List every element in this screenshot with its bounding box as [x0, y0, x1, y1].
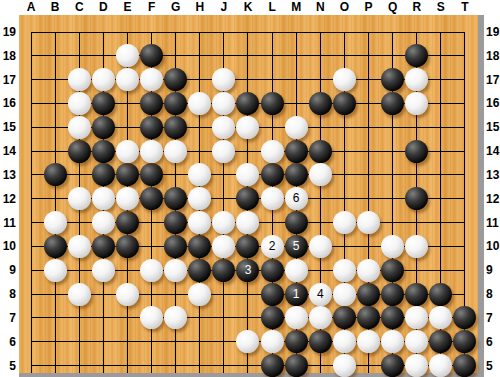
row-label-left-8: 8	[0, 287, 16, 301]
column-label-r: R	[406, 0, 428, 15]
grid-line-row-18	[31, 55, 465, 56]
stone-w-m12-move-6: 6	[285, 187, 308, 210]
stone-w-h8	[188, 283, 211, 306]
stone-w-l12	[261, 187, 284, 210]
row-label-right-11: 11	[486, 216, 500, 230]
stone-b-m5	[285, 354, 308, 377]
stone-w-c12	[68, 187, 91, 210]
stone-b-d14	[92, 140, 115, 163]
stone-b-h9	[188, 259, 211, 282]
stone-b-p8	[357, 283, 380, 306]
stone-b-b10	[44, 235, 67, 258]
stone-w-j14	[212, 140, 235, 163]
stone-w-b11	[44, 211, 67, 234]
stone-b-n6	[309, 330, 332, 353]
stone-b-d10	[92, 235, 115, 258]
row-label-left-6: 6	[0, 335, 16, 349]
row-label-right-9: 9	[486, 263, 500, 277]
column-label-k: K	[237, 0, 259, 15]
stone-w-o11	[333, 211, 356, 234]
row-label-left-13: 13	[0, 168, 16, 182]
stone-w-l10-move-2: 2	[261, 235, 284, 258]
row-label-left-14: 14	[0, 144, 16, 158]
column-label-n: N	[309, 0, 331, 15]
stone-b-m6	[285, 330, 308, 353]
stone-b-m11	[285, 211, 308, 234]
stone-b-e11	[116, 211, 139, 234]
stone-w-g9	[164, 259, 187, 282]
grid-line-row-19	[31, 32, 465, 33]
row-label-right-19: 19	[486, 25, 500, 39]
column-label-q: Q	[382, 0, 404, 15]
row-label-left-16: 16	[0, 96, 16, 110]
column-label-s: S	[430, 0, 452, 15]
row-label-right-10: 10	[486, 239, 500, 253]
row-label-left-15: 15	[0, 120, 16, 134]
stone-w-p9	[357, 259, 380, 282]
stone-b-l5	[261, 354, 284, 377]
column-label-e: E	[116, 0, 138, 15]
stone-w-e14	[116, 140, 139, 163]
stone-b-d15	[92, 116, 115, 139]
stone-w-f9	[140, 259, 163, 282]
stone-w-c16	[68, 92, 91, 115]
column-label-m: M	[285, 0, 307, 15]
row-label-right-13: 13	[486, 168, 500, 182]
stone-w-e8	[116, 283, 139, 306]
row-label-left-11: 11	[0, 216, 16, 230]
stone-w-p11	[357, 211, 380, 234]
stone-b-q9	[381, 259, 404, 282]
stone-w-e17	[116, 68, 139, 91]
stone-w-d12	[92, 187, 115, 210]
stone-w-g14	[164, 140, 187, 163]
stone-w-m9	[285, 259, 308, 282]
column-label-f: F	[141, 0, 163, 15]
row-label-right-14: 14	[486, 144, 500, 158]
stone-b-r8	[405, 283, 428, 306]
stone-w-n8-move-4: 4	[309, 283, 332, 306]
stone-w-l14	[261, 140, 284, 163]
stone-w-b9	[44, 259, 67, 282]
grid-line-col-b	[55, 32, 56, 373]
column-label-p: P	[358, 0, 380, 15]
stone-b-g16	[164, 92, 187, 115]
stone-b-s8	[429, 283, 452, 306]
goban-screen: ABCDEFGHJKLMNOPQRST191918181717161615151…	[0, 0, 500, 377]
column-label-t: T	[454, 0, 476, 15]
stone-b-l9	[261, 259, 284, 282]
row-label-right-15: 15	[486, 120, 500, 134]
column-label-j: J	[213, 0, 235, 15]
stone-b-c14	[68, 140, 91, 163]
stone-w-o17	[333, 68, 356, 91]
stone-w-d9	[92, 259, 115, 282]
row-label-right-5: 5	[486, 359, 500, 373]
stone-b-m14	[285, 140, 308, 163]
stone-w-n10	[309, 235, 332, 258]
stone-b-m8-move-1: 1	[285, 283, 308, 306]
stone-b-n16	[309, 92, 332, 115]
stone-b-n14	[309, 140, 332, 163]
window-border-right	[478, 15, 484, 377]
row-label-left-19: 19	[0, 25, 16, 39]
row-label-right-7: 7	[486, 311, 500, 325]
stone-b-l13	[261, 163, 284, 186]
stone-b-g15	[164, 116, 187, 139]
stone-b-q8	[381, 283, 404, 306]
stone-b-r14	[405, 140, 428, 163]
stone-w-c8	[68, 283, 91, 306]
stone-b-l7	[261, 306, 284, 329]
column-label-a: A	[20, 0, 42, 15]
stone-b-m10-move-5: 5	[285, 235, 308, 258]
stone-w-d11	[92, 211, 115, 234]
stone-b-f16	[140, 92, 163, 115]
stone-w-o5	[333, 354, 356, 377]
stone-w-d17	[92, 68, 115, 91]
stone-b-g10	[164, 235, 187, 258]
row-label-left-12: 12	[0, 192, 16, 206]
stone-b-e10	[116, 235, 139, 258]
stone-w-c10	[68, 235, 91, 258]
stone-w-c15	[68, 116, 91, 139]
stone-b-o16	[333, 92, 356, 115]
column-label-l: L	[261, 0, 283, 15]
column-label-c: C	[68, 0, 90, 15]
stone-b-q16	[381, 92, 404, 115]
stone-b-q5	[381, 354, 404, 377]
row-label-right-8: 8	[486, 287, 500, 301]
stone-b-l8	[261, 283, 284, 306]
stone-w-l6	[261, 330, 284, 353]
row-label-right-17: 17	[486, 73, 500, 87]
stone-w-m15	[285, 116, 308, 139]
stone-w-o8	[333, 283, 356, 306]
row-label-left-17: 17	[0, 73, 16, 87]
column-label-o: O	[333, 0, 355, 15]
stone-b-b13	[44, 163, 67, 186]
column-label-h: H	[189, 0, 211, 15]
stone-w-c17	[68, 68, 91, 91]
stone-b-l16	[261, 92, 284, 115]
row-label-right-18: 18	[486, 49, 500, 63]
column-label-g: G	[165, 0, 187, 15]
row-label-left-5: 5	[0, 359, 16, 373]
stone-w-o9	[333, 259, 356, 282]
row-label-left-7: 7	[0, 311, 16, 325]
grid-line-col-a	[31, 32, 32, 373]
stone-b-d16	[92, 92, 115, 115]
row-label-right-12: 12	[486, 192, 500, 206]
column-label-b: B	[44, 0, 66, 15]
row-label-right-6: 6	[486, 335, 500, 349]
row-label-right-16: 16	[486, 96, 500, 110]
stone-b-f15	[140, 116, 163, 139]
row-label-left-10: 10	[0, 239, 16, 253]
row-label-left-18: 18	[0, 49, 16, 63]
stone-w-f14	[140, 140, 163, 163]
row-label-left-9: 9	[0, 263, 16, 277]
stone-w-q10	[381, 235, 404, 258]
column-label-d: D	[92, 0, 114, 15]
